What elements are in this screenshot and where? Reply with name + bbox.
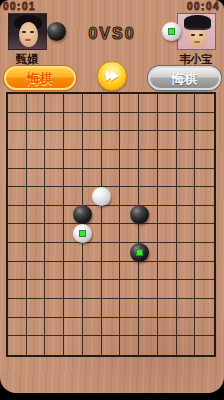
- play-arrow-icon: [111, 71, 119, 81]
- board-cell[interactable]: [139, 131, 158, 150]
- board-cell[interactable]: [139, 280, 158, 299]
- board-cell[interactable]: [177, 262, 196, 281]
- board-cell[interactable]: [45, 131, 64, 150]
- board-cell[interactable]: [102, 187, 121, 206]
- board-cell[interactable]: [139, 94, 158, 113]
- board-cell[interactable]: [27, 131, 46, 150]
- board-cell[interactable]: [83, 113, 102, 132]
- board-cell[interactable]: [158, 113, 177, 132]
- board-cell[interactable]: [177, 169, 196, 188]
- board-cell[interactable]: [83, 224, 102, 243]
- board-cell[interactable]: [120, 243, 139, 262]
- board-cell[interactable]: [83, 150, 102, 169]
- board-cell[interactable]: [158, 280, 177, 299]
- board-cell[interactable]: [27, 299, 46, 318]
- board-cell[interactable]: [158, 150, 177, 169]
- left-undo-button[interactable]: 悔棋: [4, 66, 76, 90]
- board-cell[interactable]: [139, 336, 158, 355]
- board-cell[interactable]: [45, 280, 64, 299]
- board-cell[interactable]: [195, 94, 214, 113]
- board-cell[interactable]: [120, 299, 139, 318]
- board-cell[interactable]: [45, 243, 64, 262]
- board-cell[interactable]: [158, 318, 177, 337]
- board-cell[interactable]: [8, 94, 27, 113]
- game-screen: 00:01 00:04 甄嬛 韦小宝 0VS0 悔棋 悔棋: [0, 0, 224, 400]
- board-cell[interactable]: [27, 280, 46, 299]
- board-cell[interactable]: [8, 262, 27, 281]
- board-cell[interactable]: [158, 224, 177, 243]
- board-cell[interactable]: [27, 336, 46, 355]
- board-cell[interactable]: [139, 262, 158, 281]
- mouth-shape: [194, 41, 200, 43]
- board-cell[interactable]: [83, 187, 102, 206]
- board-cell[interactable]: [64, 206, 83, 225]
- board-cell[interactable]: [64, 131, 83, 150]
- board-cell[interactable]: [102, 336, 121, 355]
- board-cell[interactable]: [120, 113, 139, 132]
- board-cell[interactable]: [139, 318, 158, 337]
- board-cell[interactable]: [45, 169, 64, 188]
- board-cell[interactable]: [8, 169, 27, 188]
- eye-shape: [30, 31, 34, 33]
- board-cell[interactable]: [158, 243, 177, 262]
- board-cell[interactable]: [120, 206, 139, 225]
- board-cell[interactable]: [195, 150, 214, 169]
- board-cell[interactable]: [64, 150, 83, 169]
- board-cell[interactable]: [45, 206, 64, 225]
- board-cell[interactable]: [45, 336, 64, 355]
- board-cell[interactable]: [27, 262, 46, 281]
- mouth-shape: [25, 39, 31, 41]
- board-cell[interactable]: [64, 94, 83, 113]
- board-cell[interactable]: [8, 224, 27, 243]
- left-player-avatar: [8, 13, 47, 50]
- board-cell[interactable]: [45, 299, 64, 318]
- board-cell[interactable]: [120, 318, 139, 337]
- board-cell[interactable]: [139, 206, 158, 225]
- board-cell[interactable]: [8, 318, 27, 337]
- board-cell[interactable]: [195, 243, 214, 262]
- board-cell[interactable]: [8, 113, 27, 132]
- board-cell[interactable]: [139, 224, 158, 243]
- board-cell[interactable]: [158, 187, 177, 206]
- right-player-name: 韦小宝: [163, 52, 224, 67]
- right-undo-button[interactable]: 悔棋: [148, 66, 221, 90]
- board-cell[interactable]: [120, 224, 139, 243]
- board-cell[interactable]: [195, 169, 214, 188]
- board-cell[interactable]: [45, 187, 64, 206]
- board-cell[interactable]: [139, 169, 158, 188]
- board-cell[interactable]: [177, 224, 196, 243]
- board-cell[interactable]: [45, 113, 64, 132]
- board-cell[interactable]: [102, 262, 121, 281]
- board-cell[interactable]: [8, 150, 27, 169]
- board-cell[interactable]: [102, 243, 121, 262]
- board-cell[interactable]: [177, 150, 196, 169]
- board-cell[interactable]: [195, 206, 214, 225]
- board-cell[interactable]: [139, 243, 158, 262]
- board-cell[interactable]: [83, 280, 102, 299]
- board-cell[interactable]: [177, 94, 196, 113]
- board-cell[interactable]: [195, 318, 214, 337]
- board-cell[interactable]: [8, 206, 27, 225]
- board-cell[interactable]: [195, 224, 214, 243]
- board-cell[interactable]: [102, 224, 121, 243]
- board-cell[interactable]: [177, 280, 196, 299]
- board-cell[interactable]: [8, 280, 27, 299]
- board-cell[interactable]: [8, 243, 27, 262]
- board-cell[interactable]: [158, 299, 177, 318]
- board-cell[interactable]: [102, 206, 121, 225]
- board-cell[interactable]: [158, 169, 177, 188]
- board-cell[interactable]: [102, 299, 121, 318]
- board-cell[interactable]: [83, 318, 102, 337]
- board-cell[interactable]: [27, 206, 46, 225]
- board-cell[interactable]: [8, 187, 27, 206]
- board-cell[interactable]: [139, 299, 158, 318]
- board-cell[interactable]: [158, 131, 177, 150]
- board-cell[interactable]: [8, 299, 27, 318]
- board-cell[interactable]: [27, 150, 46, 169]
- board-cell[interactable]: [45, 94, 64, 113]
- board-grid[interactable]: [6, 92, 216, 357]
- board-cell[interactable]: [83, 262, 102, 281]
- board-cell[interactable]: [83, 131, 102, 150]
- board-cell[interactable]: [139, 113, 158, 132]
- board-cell[interactable]: [102, 150, 121, 169]
- board-cell[interactable]: [177, 113, 196, 132]
- board-cell[interactable]: [45, 224, 64, 243]
- board-cell[interactable]: [64, 113, 83, 132]
- board-cell[interactable]: [27, 169, 46, 188]
- board-cell[interactable]: [120, 94, 139, 113]
- board-cell[interactable]: [8, 131, 27, 150]
- board-cell[interactable]: [102, 169, 121, 188]
- board-cell[interactable]: [8, 336, 27, 355]
- fast-forward-button[interactable]: [97, 61, 127, 91]
- board-cell[interactable]: [158, 94, 177, 113]
- board-cell[interactable]: [27, 113, 46, 132]
- board-cell[interactable]: [139, 187, 158, 206]
- board-cell[interactable]: [64, 187, 83, 206]
- board-cell[interactable]: [120, 280, 139, 299]
- face-shape: [188, 26, 207, 48]
- right-player-avatar: [177, 13, 216, 50]
- board-cell[interactable]: [64, 318, 83, 337]
- board-cell[interactable]: [195, 262, 214, 281]
- board-cell[interactable]: [83, 169, 102, 188]
- board-cell[interactable]: [64, 299, 83, 318]
- board-cell[interactable]: [120, 169, 139, 188]
- board-cell[interactable]: [27, 318, 46, 337]
- white-stone-indicator-turn-marker: [162, 22, 181, 41]
- board-cell[interactable]: [45, 318, 64, 337]
- board-cell[interactable]: [158, 206, 177, 225]
- board-cell[interactable]: [158, 336, 177, 355]
- eye-shape: [22, 31, 26, 33]
- hat-shape: [184, 15, 211, 28]
- board-cell[interactable]: [195, 299, 214, 318]
- board-cell[interactable]: [102, 113, 121, 132]
- board-cell[interactable]: [64, 243, 83, 262]
- board-cell[interactable]: [102, 131, 121, 150]
- left-player-name: 甄嬛: [2, 52, 52, 67]
- board-cell[interactable]: [83, 243, 102, 262]
- board-cell[interactable]: [27, 94, 46, 113]
- board-cell[interactable]: [195, 113, 214, 132]
- board-cell[interactable]: [120, 262, 139, 281]
- board-cell[interactable]: [158, 262, 177, 281]
- board-cell[interactable]: [120, 131, 139, 150]
- board-cell[interactable]: [177, 131, 196, 150]
- face-shape: [19, 22, 38, 47]
- board-cell[interactable]: [64, 262, 83, 281]
- board-cell[interactable]: [120, 150, 139, 169]
- board-cell[interactable]: [195, 131, 214, 150]
- board-cell[interactable]: [177, 243, 196, 262]
- board-cell[interactable]: [177, 206, 196, 225]
- board-cell[interactable]: [64, 336, 83, 355]
- board-cell[interactable]: [177, 336, 196, 355]
- board-cell[interactable]: [177, 299, 196, 318]
- board-cell[interactable]: [83, 336, 102, 355]
- board-cell[interactable]: [102, 318, 121, 337]
- board-cell[interactable]: [83, 206, 102, 225]
- board-cell[interactable]: [64, 280, 83, 299]
- board-cell[interactable]: [64, 224, 83, 243]
- eye-shape: [191, 34, 195, 36]
- board-cell[interactable]: [83, 94, 102, 113]
- board-cell[interactable]: [120, 187, 139, 206]
- left-player-timer: 00:01: [3, 1, 36, 12]
- board-cell[interactable]: [195, 187, 214, 206]
- eye-shape: [199, 34, 203, 36]
- board-cell[interactable]: [139, 150, 158, 169]
- board-cell[interactable]: [45, 150, 64, 169]
- board-cell[interactable]: [27, 187, 46, 206]
- board-cell[interactable]: [177, 318, 196, 337]
- board-cell[interactable]: [120, 336, 139, 355]
- board-cell[interactable]: [27, 243, 46, 262]
- score-text: 0VS0: [70, 25, 154, 43]
- board-cell[interactable]: [195, 280, 214, 299]
- board-cell[interactable]: [102, 94, 121, 113]
- black-stone-indicator: [47, 22, 66, 41]
- board-cell[interactable]: [83, 299, 102, 318]
- board-cell[interactable]: [45, 262, 64, 281]
- board-cell[interactable]: [64, 169, 83, 188]
- board-cell[interactable]: [195, 336, 214, 355]
- board-cell[interactable]: [177, 187, 196, 206]
- right-player-timer: 00:04: [187, 1, 220, 12]
- board-cell[interactable]: [27, 224, 46, 243]
- board-cell[interactable]: [102, 280, 121, 299]
